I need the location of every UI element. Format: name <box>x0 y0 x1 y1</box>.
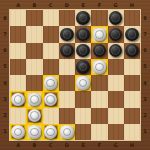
checker-black[interactable] <box>60 44 74 58</box>
square-e5[interactable] <box>75 59 91 75</box>
square-a5[interactable] <box>10 59 26 75</box>
checker-black[interactable] <box>76 28 90 42</box>
square-h1[interactable] <box>124 124 140 140</box>
square-c1[interactable] <box>43 124 59 140</box>
square-a2[interactable] <box>10 108 26 124</box>
checker-ring <box>30 95 39 104</box>
square-f2[interactable] <box>91 108 107 124</box>
square-g1[interactable] <box>108 124 124 140</box>
checker-white[interactable] <box>93 28 107 42</box>
checker-black[interactable] <box>76 11 90 25</box>
checker-black[interactable] <box>76 44 90 58</box>
checker-ring <box>46 128 55 137</box>
checker-white[interactable] <box>76 76 90 90</box>
square-g3[interactable] <box>108 91 124 107</box>
checker-ring <box>95 63 104 72</box>
square-d4[interactable] <box>59 75 75 91</box>
checker-white[interactable] <box>28 109 42 123</box>
square-b3[interactable] <box>26 91 42 107</box>
square-c6[interactable] <box>43 43 59 59</box>
square-b2[interactable] <box>26 108 42 124</box>
checker-black[interactable] <box>93 44 107 58</box>
square-f8[interactable] <box>91 10 107 26</box>
square-h5[interactable] <box>124 59 140 75</box>
square-e4[interactable] <box>75 75 91 91</box>
square-b1[interactable] <box>26 124 42 140</box>
checker-white[interactable] <box>28 93 42 107</box>
checker-ring <box>30 128 39 137</box>
square-f3[interactable] <box>91 91 107 107</box>
checker-black[interactable] <box>76 60 90 74</box>
square-b6[interactable] <box>26 43 42 59</box>
checker-white[interactable] <box>11 93 25 107</box>
square-f5[interactable] <box>91 59 107 75</box>
checker-ring <box>63 128 72 137</box>
checker-white[interactable] <box>11 125 25 139</box>
square-a3[interactable] <box>10 91 26 107</box>
square-c2[interactable] <box>43 108 59 124</box>
square-g5[interactable] <box>108 59 124 75</box>
checker-ring <box>63 46 72 55</box>
square-f1[interactable] <box>91 124 107 140</box>
square-c5[interactable] <box>43 59 59 75</box>
checker-black[interactable] <box>125 28 139 42</box>
checker-ring <box>79 79 88 88</box>
checker-ring <box>111 46 120 55</box>
checker-ring <box>111 14 120 23</box>
checker-ring <box>46 95 55 104</box>
checker-black[interactable] <box>125 44 139 58</box>
checker-white[interactable] <box>93 60 107 74</box>
square-d1[interactable] <box>59 124 75 140</box>
square-e8[interactable] <box>75 10 91 26</box>
square-h7[interactable] <box>124 26 140 42</box>
checker-ring <box>14 95 23 104</box>
square-h6[interactable] <box>124 43 140 59</box>
square-g8[interactable] <box>108 10 124 26</box>
square-b5[interactable] <box>26 59 42 75</box>
square-h2[interactable] <box>124 108 140 124</box>
checker-ring <box>111 30 120 39</box>
square-e2[interactable] <box>75 108 91 124</box>
square-a8[interactable] <box>10 10 26 26</box>
square-e3[interactable] <box>75 91 91 107</box>
checker-ring <box>128 30 137 39</box>
checker-ring <box>79 14 88 23</box>
square-a6[interactable] <box>10 43 26 59</box>
square-e6[interactable] <box>75 43 91 59</box>
checker-ring <box>95 30 104 39</box>
checker-ring <box>30 111 39 120</box>
checker-white[interactable] <box>60 125 74 139</box>
square-d8[interactable] <box>59 10 75 26</box>
square-c4[interactable] <box>43 75 59 91</box>
square-g2[interactable] <box>108 108 124 124</box>
square-h4[interactable] <box>124 75 140 91</box>
checkers-board <box>10 10 140 140</box>
checker-white[interactable] <box>28 125 42 139</box>
checker-ring <box>79 46 88 55</box>
square-d3[interactable] <box>59 91 75 107</box>
checker-ring <box>95 46 104 55</box>
checker-white[interactable] <box>44 76 58 90</box>
checker-ring <box>14 128 23 137</box>
square-c8[interactable] <box>43 10 59 26</box>
checker-ring <box>79 63 88 72</box>
checker-ring <box>79 30 88 39</box>
square-e1[interactable] <box>75 124 91 140</box>
square-d6[interactable] <box>59 43 75 59</box>
checker-ring <box>63 30 72 39</box>
square-g7[interactable] <box>108 26 124 42</box>
square-b8[interactable] <box>26 10 42 26</box>
checker-white[interactable] <box>44 93 58 107</box>
checker-ring <box>46 79 55 88</box>
checker-black[interactable] <box>109 44 123 58</box>
square-g6[interactable] <box>108 43 124 59</box>
square-d7[interactable] <box>59 26 75 42</box>
checker-black[interactable] <box>109 11 123 25</box>
square-d2[interactable] <box>59 108 75 124</box>
square-f7[interactable] <box>91 26 107 42</box>
square-f6[interactable] <box>91 43 107 59</box>
square-g4[interactable] <box>108 75 124 91</box>
square-c7[interactable] <box>43 26 59 42</box>
checker-white[interactable] <box>44 125 58 139</box>
square-b7[interactable] <box>26 26 42 42</box>
square-h8[interactable] <box>124 10 140 26</box>
square-a4[interactable] <box>10 75 26 91</box>
square-c3[interactable] <box>43 91 59 107</box>
square-a1[interactable] <box>10 124 26 140</box>
checker-black[interactable] <box>109 28 123 42</box>
square-e7[interactable] <box>75 26 91 42</box>
checker-black[interactable] <box>60 28 74 42</box>
checker-ring <box>128 46 137 55</box>
square-f4[interactable] <box>91 75 107 91</box>
square-a7[interactable] <box>10 26 26 42</box>
square-d5[interactable] <box>59 59 75 75</box>
square-b4[interactable] <box>26 75 42 91</box>
square-h3[interactable] <box>124 91 140 107</box>
